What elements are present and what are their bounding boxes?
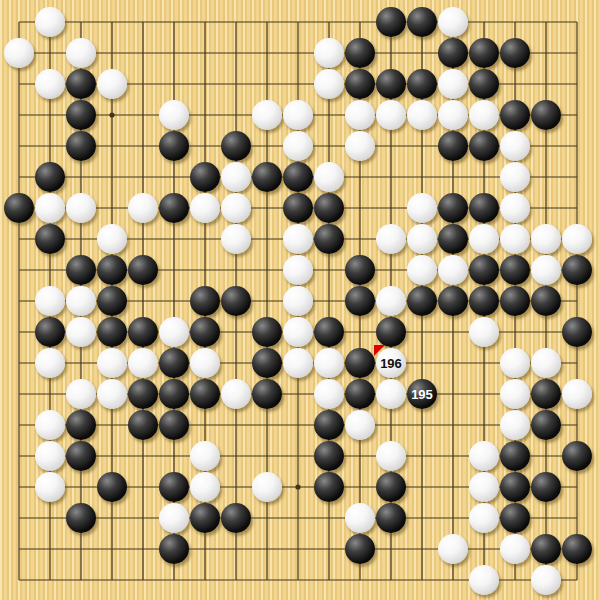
white-stone[interactable] [221,379,251,409]
black-stone[interactable] [252,317,282,347]
white-stone[interactable] [190,472,220,502]
white-stone[interactable] [35,410,65,440]
black-stone[interactable] [562,317,592,347]
black-stone[interactable] [66,131,96,161]
black-stone[interactable] [4,193,34,223]
black-stone[interactable] [159,472,189,502]
white-stone[interactable] [500,131,530,161]
white-stone[interactable] [345,100,375,130]
white-stone[interactable] [407,100,437,130]
white-stone[interactable] [469,224,499,254]
black-stone[interactable] [376,317,406,347]
white-stone[interactable] [407,224,437,254]
white-stone[interactable] [97,379,127,409]
white-stone[interactable] [376,441,406,471]
black-stone[interactable] [345,286,375,316]
black-stone[interactable] [500,441,530,471]
black-stone[interactable] [314,224,344,254]
white-stone[interactable] [469,317,499,347]
white-stone[interactable] [407,255,437,285]
white-stone[interactable] [438,7,468,37]
white-stone[interactable] [438,69,468,99]
white-stone[interactable] [190,441,220,471]
black-stone[interactable] [438,286,468,316]
black-stone[interactable] [221,286,251,316]
black-stone[interactable] [531,472,561,502]
black-stone[interactable] [35,224,65,254]
black-stone[interactable] [376,503,406,533]
black-stone[interactable] [376,472,406,502]
black-stone[interactable] [66,255,96,285]
black-stone[interactable] [500,255,530,285]
white-stone[interactable] [283,348,313,378]
white-stone[interactable] [500,162,530,192]
white-stone[interactable] [66,38,96,68]
black-stone[interactable] [469,193,499,223]
white-stone[interactable] [531,348,561,378]
black-stone[interactable] [314,472,344,502]
black-stone[interactable] [283,193,313,223]
white-stone[interactable] [562,224,592,254]
white-stone[interactable] [159,100,189,130]
black-stone[interactable] [190,286,220,316]
move-number-label: 196 [380,357,402,370]
black-stone[interactable] [159,379,189,409]
black-stone[interactable] [345,69,375,99]
black-stone[interactable] [314,317,344,347]
black-stone[interactable] [252,379,282,409]
white-stone[interactable] [314,162,344,192]
black-stone[interactable] [221,503,251,533]
white-stone[interactable] [345,410,375,440]
black-stone[interactable] [221,131,251,161]
black-stone[interactable] [438,38,468,68]
white-stone[interactable] [35,348,65,378]
black-stone[interactable] [562,534,592,564]
white-stone[interactable] [221,224,251,254]
white-stone[interactable] [345,503,375,533]
white-stone[interactable] [128,193,158,223]
black-stone[interactable] [190,379,220,409]
black-stone[interactable] [531,534,561,564]
black-stone[interactable] [66,503,96,533]
white-stone[interactable] [35,69,65,99]
white-stone[interactable] [221,162,251,192]
white-stone[interactable] [66,193,96,223]
black-stone[interactable] [500,286,530,316]
white-stone[interactable] [97,224,127,254]
black-stone[interactable] [531,100,561,130]
black-stone[interactable] [500,503,530,533]
black-stone[interactable] [314,410,344,440]
black-stone[interactable] [128,379,158,409]
black-stone[interactable] [97,255,127,285]
white-stone[interactable] [66,379,96,409]
black-stone[interactable] [407,286,437,316]
black-stone[interactable] [97,317,127,347]
black-stone[interactable] [35,317,65,347]
black-stone[interactable] [438,224,468,254]
white-stone[interactable] [66,286,96,316]
black-stone[interactable]: 195 [407,379,437,409]
white-stone[interactable] [35,193,65,223]
move-number-label: 195 [411,388,433,401]
black-stone[interactable] [469,131,499,161]
white-stone[interactable] [221,193,251,223]
white-stone[interactable] [376,379,406,409]
black-stone[interactable] [190,317,220,347]
white-stone[interactable] [438,255,468,285]
white-stone[interactable] [35,286,65,316]
black-stone[interactable] [35,162,65,192]
black-stone[interactable] [345,255,375,285]
white-stone[interactable] [500,410,530,440]
black-stone[interactable] [159,348,189,378]
white-stone[interactable] [35,441,65,471]
black-stone[interactable] [345,38,375,68]
black-stone[interactable] [66,410,96,440]
black-stone[interactable] [66,100,96,130]
black-stone[interactable] [469,38,499,68]
black-stone[interactable] [407,69,437,99]
black-stone[interactable] [97,472,127,502]
white-stone[interactable] [469,503,499,533]
white-stone[interactable] [314,379,344,409]
white-stone[interactable] [500,534,530,564]
black-stone[interactable] [531,379,561,409]
black-stone[interactable] [314,441,344,471]
black-stone[interactable] [128,317,158,347]
white-stone[interactable] [252,472,282,502]
white-stone[interactable] [314,69,344,99]
white-stone[interactable] [469,565,499,595]
white-stone[interactable] [283,131,313,161]
black-stone[interactable] [159,534,189,564]
white-stone[interactable] [314,348,344,378]
black-stone[interactable] [345,348,375,378]
black-stone[interactable] [159,131,189,161]
black-stone[interactable] [531,286,561,316]
white-stone[interactable] [35,472,65,502]
white-stone[interactable] [283,224,313,254]
black-stone[interactable] [345,379,375,409]
white-stone[interactable] [314,38,344,68]
black-stone[interactable] [376,7,406,37]
white-stone[interactable] [97,348,127,378]
white-stone[interactable] [469,441,499,471]
white-stone[interactable] [283,255,313,285]
black-stone[interactable] [159,410,189,440]
white-stone[interactable] [97,69,127,99]
white-stone[interactable] [562,379,592,409]
white-stone[interactable] [66,317,96,347]
white-stone[interactable] [190,348,220,378]
black-stone[interactable] [500,38,530,68]
white-stone[interactable] [283,100,313,130]
white-stone[interactable] [35,7,65,37]
white-stone[interactable] [500,379,530,409]
last-move-triangle-marker [374,345,385,356]
black-stone[interactable] [314,193,344,223]
black-stone[interactable] [469,255,499,285]
white-stone[interactable] [531,565,561,595]
white-stone[interactable] [376,224,406,254]
black-stone[interactable] [252,162,282,192]
white-stone[interactable] [345,131,375,161]
black-stone[interactable] [531,410,561,440]
white-stone[interactable] [283,317,313,347]
black-stone[interactable] [252,348,282,378]
star-point [295,484,300,489]
white-stone[interactable] [438,100,468,130]
black-stone[interactable] [66,69,96,99]
white-stone[interactable] [159,503,189,533]
black-stone[interactable] [283,162,313,192]
white-stone[interactable] [190,193,220,223]
white-stone[interactable] [4,38,34,68]
black-stone[interactable] [376,69,406,99]
white-stone[interactable] [438,534,468,564]
white-stone[interactable] [376,100,406,130]
black-stone[interactable] [469,286,499,316]
white-stone[interactable] [252,100,282,130]
white-stone[interactable] [531,224,561,254]
star-point [109,112,114,117]
black-stone[interactable] [97,286,127,316]
black-stone[interactable] [500,100,530,130]
black-stone[interactable] [407,7,437,37]
white-stone[interactable] [500,348,530,378]
black-stone[interactable] [438,131,468,161]
white-stone[interactable] [500,224,530,254]
go-board[interactable]: 196195 [0,0,600,600]
white-stone[interactable] [128,348,158,378]
black-stone[interactable] [128,410,158,440]
black-stone[interactable] [159,193,189,223]
white-stone[interactable] [159,317,189,347]
black-stone[interactable] [190,162,220,192]
black-stone[interactable] [469,69,499,99]
black-stone[interactable] [128,255,158,285]
white-stone[interactable] [469,100,499,130]
white-stone[interactable] [531,255,561,285]
white-stone[interactable] [500,193,530,223]
white-stone[interactable]: 196 [376,348,406,378]
black-stone[interactable] [562,255,592,285]
white-stone[interactable] [283,286,313,316]
black-stone[interactable] [66,441,96,471]
black-stone[interactable] [562,441,592,471]
white-stone[interactable] [469,472,499,502]
white-stone[interactable] [376,286,406,316]
black-stone[interactable] [438,193,468,223]
white-stone[interactable] [407,193,437,223]
black-stone[interactable] [500,472,530,502]
black-stone[interactable] [345,534,375,564]
black-stone[interactable] [190,503,220,533]
